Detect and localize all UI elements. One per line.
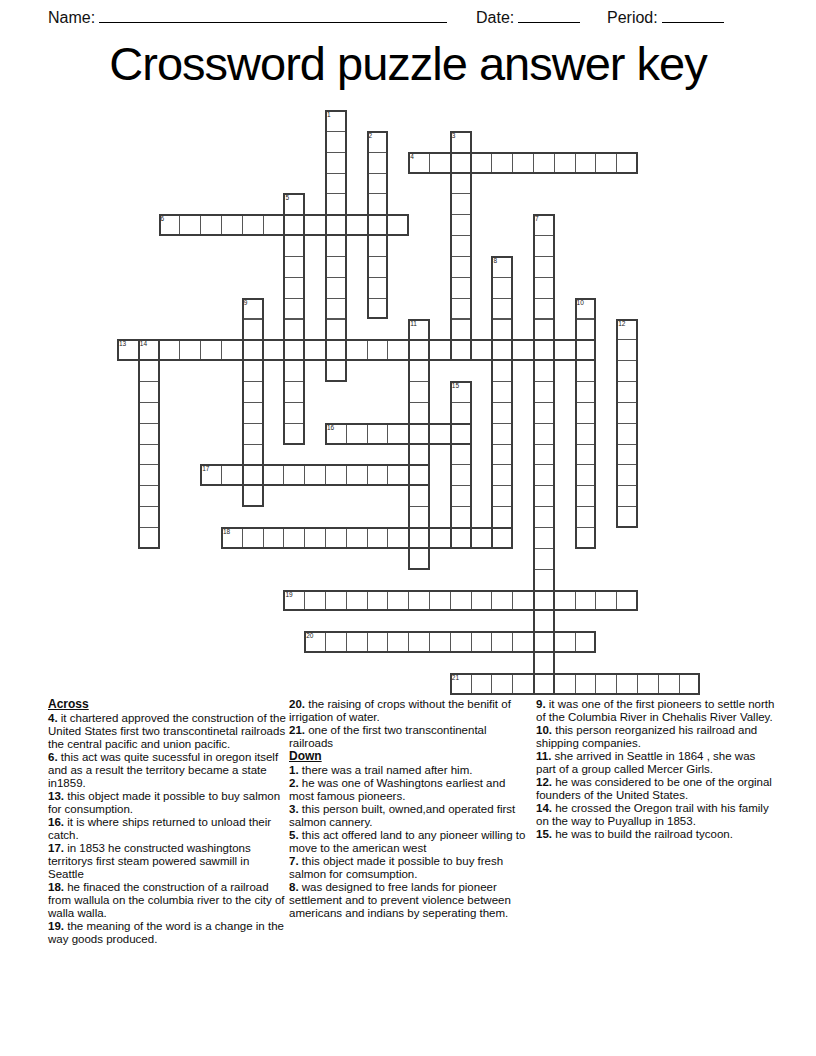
grid-cell[interactable]: [575, 631, 597, 653]
grid-cell[interactable]: [242, 485, 264, 507]
across-clue-17: 17. in 1853 he constructed washingtons t…: [48, 842, 286, 881]
grid-cell[interactable]: [242, 527, 264, 549]
grid-cell[interactable]: [325, 339, 347, 361]
cell-number: 16: [327, 424, 334, 431]
grid-cell[interactable]: [346, 464, 368, 486]
grid-cell[interactable]: [242, 464, 264, 486]
grid-cell[interactable]: [283, 360, 305, 382]
grid-cell[interactable]: [595, 590, 617, 612]
grid-cell[interactable]: 8: [491, 256, 513, 278]
name-blank-line[interactable]: [99, 8, 447, 23]
grid-cell[interactable]: [387, 464, 409, 486]
grid-cell[interactable]: [512, 152, 534, 174]
grid-cell[interactable]: [283, 423, 305, 445]
grid-cell[interactable]: [533, 319, 555, 341]
grid-cell[interactable]: [387, 527, 409, 549]
grid-cell[interactable]: 6: [159, 214, 181, 236]
grid-cell[interactable]: [491, 527, 513, 549]
grid-cell[interactable]: [616, 444, 638, 466]
grid-cell[interactable]: [159, 339, 181, 361]
grid-cell[interactable]: [491, 298, 513, 320]
grid-cell[interactable]: [491, 381, 513, 403]
period-blank-line[interactable]: [662, 8, 724, 23]
grid-cell[interactable]: [554, 152, 576, 174]
grid-cell[interactable]: 20: [304, 631, 326, 653]
grid-cell[interactable]: [387, 631, 409, 653]
grid-cell[interactable]: [325, 235, 347, 257]
grid-cell[interactable]: [325, 464, 347, 486]
down-clue-9: 9. it was one of the first pioneers to s…: [536, 698, 776, 724]
grid-cell[interactable]: [325, 214, 347, 236]
grid-cell[interactable]: 18: [221, 527, 243, 549]
grid-cell[interactable]: [283, 381, 305, 403]
grid-cell[interactable]: [450, 214, 472, 236]
grid-cell[interactable]: 11: [408, 319, 430, 341]
grid-cell[interactable]: [283, 339, 305, 361]
grid-cell[interactable]: [616, 402, 638, 424]
grid-cell[interactable]: [554, 631, 576, 653]
grid-cell[interactable]: [263, 464, 285, 486]
grid-cell[interactable]: 2: [367, 131, 389, 153]
grid-cell[interactable]: [367, 235, 389, 257]
grid-cell[interactable]: [429, 631, 451, 653]
grid-cell[interactable]: [471, 590, 493, 612]
clue-number: 20.: [289, 698, 305, 710]
grid-cell[interactable]: [575, 444, 597, 466]
grid-cell[interactable]: [450, 319, 472, 341]
grid-cell[interactable]: [533, 256, 555, 278]
grid-cell[interactable]: [283, 298, 305, 320]
grid-cell[interactable]: [367, 527, 389, 549]
grid-cell[interactable]: 5: [283, 193, 305, 215]
grid-cell[interactable]: [387, 423, 409, 445]
grid-cell[interactable]: [367, 277, 389, 299]
clue-number: 21.: [289, 724, 305, 736]
grid-cell[interactable]: [616, 339, 638, 361]
grid-cell[interactable]: [408, 360, 430, 382]
grid-cell[interactable]: [471, 631, 493, 653]
grid-cell[interactable]: [283, 319, 305, 341]
grid-cell[interactable]: [491, 485, 513, 507]
grid-cell[interactable]: [533, 381, 555, 403]
grid-cell[interactable]: [138, 464, 160, 486]
grid-cell[interactable]: [138, 444, 160, 466]
grid-cell[interactable]: [533, 527, 555, 549]
grid-cell[interactable]: [325, 131, 347, 153]
grid-cell[interactable]: [304, 214, 326, 236]
grid-cell[interactable]: [242, 339, 264, 361]
grid-cell[interactable]: [263, 527, 285, 549]
grid-cell[interactable]: 1: [325, 110, 347, 132]
grid-cell[interactable]: [263, 214, 285, 236]
grid-cell[interactable]: [575, 464, 597, 486]
name-field: Name:: [48, 8, 447, 27]
grid-cell[interactable]: [491, 631, 513, 653]
cell-number: 12: [618, 320, 625, 327]
clue-number: 5.: [289, 829, 299, 841]
grid-cell[interactable]: [429, 152, 451, 174]
grid-cell[interactable]: [575, 590, 597, 612]
clue-number: 10.: [536, 724, 552, 736]
grid-cell[interactable]: [471, 152, 493, 174]
grid-cell[interactable]: [512, 590, 534, 612]
grid-cell[interactable]: [533, 506, 555, 528]
grid-cell[interactable]: [450, 277, 472, 299]
grid-cell[interactable]: [325, 360, 347, 382]
grid-cell[interactable]: [179, 214, 201, 236]
grid-cell[interactable]: [325, 193, 347, 215]
grid-cell[interactable]: [533, 298, 555, 320]
grid-cell[interactable]: [367, 193, 389, 215]
grid-cell[interactable]: [533, 444, 555, 466]
period-field: Period:: [607, 8, 724, 27]
grid-cell[interactable]: 10: [575, 298, 597, 320]
grid-cell[interactable]: [283, 527, 305, 549]
grid-cell[interactable]: [491, 339, 513, 361]
grid-cell[interactable]: [491, 506, 513, 528]
grid-cell[interactable]: [616, 381, 638, 403]
grid-cell[interactable]: [367, 298, 389, 320]
grid-cell[interactable]: [575, 423, 597, 445]
grid-cell[interactable]: [450, 631, 472, 653]
grid-cell[interactable]: 12: [616, 319, 638, 341]
grid-cell[interactable]: [387, 214, 409, 236]
grid-cell[interactable]: [138, 360, 160, 382]
cell-number: 13: [119, 340, 126, 347]
grid-cell[interactable]: [450, 527, 472, 549]
clue-number: 4.: [48, 712, 58, 724]
grid-cell[interactable]: [595, 152, 617, 174]
grid-cell[interactable]: [138, 402, 160, 424]
clue-number: 18.: [48, 881, 64, 893]
grid-cell[interactable]: [512, 673, 534, 695]
across-clue-18: 18. he finaced the construction of a rai…: [48, 881, 286, 920]
clue-number: 11.: [536, 750, 551, 762]
across-clue-13: 13. this object made it possible to buy …: [48, 790, 286, 816]
cell-number: 8: [493, 257, 497, 264]
grid-cell[interactable]: [346, 590, 368, 612]
grid-cell[interactable]: [138, 506, 160, 528]
grid-cell[interactable]: [616, 423, 638, 445]
grid-cell[interactable]: [533, 423, 555, 445]
cell-number: 1: [327, 111, 331, 118]
grid-cell[interactable]: [471, 339, 493, 361]
cell-number: 4: [410, 153, 414, 160]
down-clue-5: 5. this act offered land to any pioneer …: [289, 829, 527, 855]
grid-cell[interactable]: [679, 673, 701, 695]
grid-cell[interactable]: [242, 423, 264, 445]
grid-cell[interactable]: [450, 590, 472, 612]
across-clue-21: 21. one of the first two transcontinenta…: [289, 724, 527, 750]
grid-cell[interactable]: 16: [325, 423, 347, 445]
grid-cell[interactable]: [491, 673, 513, 695]
page-title: Crossword puzzle answer key: [0, 36, 816, 91]
grid-cell[interactable]: [304, 527, 326, 549]
grid-cell[interactable]: [616, 485, 638, 507]
down-heading: Down: [289, 750, 527, 763]
grid-cell[interactable]: [533, 590, 555, 612]
grid-cell[interactable]: [471, 673, 493, 695]
grid-cell[interactable]: [491, 590, 513, 612]
grid-cell[interactable]: [450, 402, 472, 424]
grid-cell[interactable]: [575, 381, 597, 403]
grid-cell[interactable]: [533, 339, 555, 361]
grid-cell[interactable]: [242, 381, 264, 403]
clue-number: 6.: [48, 751, 58, 763]
grid-cell[interactable]: [304, 590, 326, 612]
down-clue-8: 8. was designed to free lands for pionee…: [289, 881, 527, 920]
grid-cell[interactable]: [533, 402, 555, 424]
grid-cell[interactable]: [325, 590, 347, 612]
grid-cell[interactable]: [346, 423, 368, 445]
grid-cell[interactable]: [387, 590, 409, 612]
grid-cell[interactable]: [491, 277, 513, 299]
grid-cell[interactable]: [283, 235, 305, 257]
grid-cell[interactable]: [283, 256, 305, 278]
grid-cell[interactable]: [575, 402, 597, 424]
grid-cell[interactable]: [575, 339, 597, 361]
grid-cell[interactable]: [575, 506, 597, 528]
cell-number: 10: [577, 299, 584, 306]
grid-cell[interactable]: [429, 590, 451, 612]
grid-cell[interactable]: [408, 527, 430, 549]
grid-cell[interactable]: [533, 464, 555, 486]
grid-cell[interactable]: [450, 485, 472, 507]
grid-cell[interactable]: [263, 339, 285, 361]
grid-cell[interactable]: [387, 339, 409, 361]
grid-cell[interactable]: [616, 360, 638, 382]
cell-number: 21: [452, 674, 459, 681]
grid-cell[interactable]: [533, 569, 555, 591]
grid-cell[interactable]: [450, 423, 472, 445]
grid-cell[interactable]: [283, 214, 305, 236]
clues-column-middle: 20. the raising of crops without the ben…: [289, 698, 527, 920]
cell-number: 20: [306, 632, 313, 639]
grid-cell[interactable]: [450, 506, 472, 528]
grid-cell[interactable]: [450, 235, 472, 257]
grid-cell[interactable]: [616, 464, 638, 486]
grid-cell[interactable]: [408, 423, 430, 445]
grid-cell[interactable]: [367, 214, 389, 236]
worksheet-page: Name: Date: Period: Crossword puzzle ans…: [0, 0, 816, 1056]
clue-number: 7.: [289, 855, 299, 867]
grid-cell[interactable]: 17: [200, 464, 222, 486]
grid-cell[interactable]: [533, 652, 555, 674]
grid-cell[interactable]: [346, 631, 368, 653]
grid-cell[interactable]: [575, 319, 597, 341]
grid-cell[interactable]: [408, 381, 430, 403]
grid-cell[interactable]: [429, 527, 451, 549]
grid-cell[interactable]: [408, 485, 430, 507]
grid-cell[interactable]: [637, 673, 659, 695]
grid-cell[interactable]: [325, 631, 347, 653]
grid-cell[interactable]: [408, 464, 430, 486]
grid-cell[interactable]: [533, 673, 555, 695]
grid-cell[interactable]: [346, 339, 368, 361]
grid-cell[interactable]: [575, 152, 597, 174]
grid-cell[interactable]: [138, 381, 160, 403]
cell-number: 14: [140, 340, 147, 347]
grid-cell[interactable]: [367, 173, 389, 195]
grid-cell[interactable]: [533, 631, 555, 653]
cell-number: 9: [244, 299, 248, 306]
grid-cell[interactable]: [408, 339, 430, 361]
grid-cell[interactable]: [283, 402, 305, 424]
grid-cell[interactable]: [367, 631, 389, 653]
down-clue-14: 14. he crossed the Oregon trail with his…: [536, 802, 776, 828]
grid-cell[interactable]: [491, 319, 513, 341]
clue-number: 16.: [48, 816, 64, 828]
grid-cell[interactable]: 7: [533, 214, 555, 236]
grid-cell[interactable]: [533, 485, 555, 507]
period-label: Period:: [607, 9, 658, 26]
clue-number: 15.: [536, 828, 552, 840]
grid-cell[interactable]: [138, 485, 160, 507]
grid-cell[interactable]: [200, 339, 222, 361]
grid-cell[interactable]: [242, 444, 264, 466]
grid-cell[interactable]: [450, 152, 472, 174]
grid-cell[interactable]: [533, 610, 555, 632]
grid-cell[interactable]: [304, 339, 326, 361]
grid-cell[interactable]: [242, 319, 264, 341]
grid-cell[interactable]: [616, 590, 638, 612]
grid-cell[interactable]: 9: [242, 298, 264, 320]
grid-cell[interactable]: [450, 173, 472, 195]
grid-cell[interactable]: [429, 423, 451, 445]
grid-cell[interactable]: [491, 444, 513, 466]
grid-cell[interactable]: [200, 214, 222, 236]
grid-cell[interactable]: [325, 277, 347, 299]
grid-cell[interactable]: [450, 298, 472, 320]
across-clue-20: 20. the raising of crops without the ben…: [289, 698, 527, 724]
grid-cell[interactable]: [283, 464, 305, 486]
grid-cell[interactable]: [533, 548, 555, 570]
grid-cell[interactable]: [221, 464, 243, 486]
grid-cell[interactable]: [325, 527, 347, 549]
grid-cell[interactable]: [491, 464, 513, 486]
grid-cell[interactable]: [429, 339, 451, 361]
across-clue-19: 19. the meaning of the word is a change …: [48, 920, 286, 946]
clue-number: 12.: [536, 776, 552, 788]
grid-cell[interactable]: [408, 402, 430, 424]
grid-cell[interactable]: [575, 673, 597, 695]
grid-cell[interactable]: [242, 214, 264, 236]
grid-cell[interactable]: [554, 590, 576, 612]
date-blank-line[interactable]: [518, 8, 580, 23]
down-clue-15: 15. he was to build the railroad tycoon.: [536, 828, 776, 841]
grid-cell[interactable]: [346, 527, 368, 549]
grid-cell[interactable]: 3: [450, 131, 472, 153]
grid-cell[interactable]: [304, 464, 326, 486]
grid-cell[interactable]: [512, 339, 534, 361]
grid-cell[interactable]: [450, 444, 472, 466]
grid-cell[interactable]: [575, 527, 597, 549]
grid-cell[interactable]: [367, 464, 389, 486]
grid-cell[interactable]: [491, 402, 513, 424]
grid-cell[interactable]: [491, 423, 513, 445]
grid-cell[interactable]: 4: [408, 152, 430, 174]
grid-cell[interactable]: [616, 152, 638, 174]
grid-cell[interactable]: [325, 152, 347, 174]
grid-cell[interactable]: [325, 319, 347, 341]
grid-cell[interactable]: [533, 152, 555, 174]
cell-number: 5: [285, 194, 289, 201]
grid-cell[interactable]: [242, 360, 264, 382]
grid-cell[interactable]: [471, 527, 493, 549]
grid-cell[interactable]: [367, 152, 389, 174]
grid-cell[interactable]: [221, 214, 243, 236]
cell-number: 11: [410, 320, 417, 327]
grid-cell[interactable]: [575, 485, 597, 507]
grid-cell[interactable]: [533, 360, 555, 382]
grid-cell[interactable]: 19: [283, 590, 305, 612]
grid-cell[interactable]: [283, 277, 305, 299]
grid-cell[interactable]: [491, 152, 513, 174]
grid-cell[interactable]: [408, 548, 430, 570]
grid-cell[interactable]: [595, 673, 617, 695]
grid-cell[interactable]: 15: [450, 381, 472, 403]
grid-cell[interactable]: [408, 444, 430, 466]
grid-cell[interactable]: [221, 339, 243, 361]
grid-cell[interactable]: 21: [450, 673, 472, 695]
grid-cell[interactable]: [408, 631, 430, 653]
grid-cell[interactable]: [450, 256, 472, 278]
grid-cell[interactable]: [367, 256, 389, 278]
clue-number: 2.: [289, 777, 299, 789]
grid-cell[interactable]: 13: [117, 339, 139, 361]
grid-cell[interactable]: [450, 339, 472, 361]
clue-number: 17.: [48, 842, 64, 854]
grid-cell[interactable]: [450, 464, 472, 486]
grid-cell[interactable]: [491, 360, 513, 382]
grid-cell[interactable]: [408, 506, 430, 528]
clue-number: 9.: [536, 698, 546, 710]
grid-cell[interactable]: [533, 277, 555, 299]
down-clue-1: 1. there was a trail named after him.: [289, 764, 527, 777]
grid-cell[interactable]: [325, 298, 347, 320]
grid-cell[interactable]: [367, 339, 389, 361]
grid-cell[interactable]: [512, 631, 534, 653]
across-clue-16: 16. it is where ships returned to unload…: [48, 816, 286, 842]
grid-cell[interactable]: [533, 235, 555, 257]
grid-cell[interactable]: [554, 673, 576, 695]
clue-number: 14.: [536, 802, 552, 814]
grid-cell[interactable]: [242, 402, 264, 424]
grid-cell[interactable]: [408, 590, 430, 612]
grid-cell[interactable]: [179, 339, 201, 361]
grid-cell[interactable]: [575, 360, 597, 382]
down-clue-3: 3. this person built, owned,and operated…: [289, 803, 527, 829]
grid-cell[interactable]: [325, 173, 347, 195]
down-clue-12: 12. he was considered to be one of the o…: [536, 776, 776, 802]
grid-cell[interactable]: [450, 193, 472, 215]
grid-cell[interactable]: [138, 423, 160, 445]
grid-cell[interactable]: [367, 423, 389, 445]
grid-cell[interactable]: 14: [138, 339, 160, 361]
grid-cell[interactable]: [346, 214, 368, 236]
cell-number: 2: [369, 132, 373, 139]
clues-column-right: 9. it was one of the first pioneers to s…: [536, 698, 776, 841]
grid-cell[interactable]: [658, 673, 680, 695]
grid-cell[interactable]: [138, 527, 160, 549]
clue-number: 8.: [289, 881, 299, 893]
grid-cell[interactable]: [325, 256, 347, 278]
grid-cell[interactable]: [554, 339, 576, 361]
grid-cell[interactable]: [616, 673, 638, 695]
crossword-grid: 461314161718192021123578910111215: [117, 110, 700, 694]
grid-cell[interactable]: [616, 506, 638, 528]
grid-cell[interactable]: [367, 590, 389, 612]
